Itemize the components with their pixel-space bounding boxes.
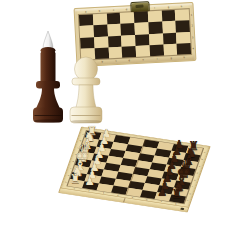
file-label: c — [76, 146, 79, 149]
box-square — [121, 23, 135, 35]
file-label: f — [191, 185, 194, 188]
box-square — [175, 9, 189, 21]
box-square — [149, 44, 163, 56]
folded-box-grid — [79, 9, 191, 60]
file-label: d — [74, 153, 77, 156]
box-square — [94, 36, 108, 48]
box-square — [161, 10, 175, 22]
box-square — [106, 13, 120, 25]
file-label: d — [124, 8, 130, 11]
box-square — [80, 37, 94, 49]
box-square — [93, 25, 107, 37]
box-square — [108, 35, 122, 47]
white-finial-icon — [43, 31, 53, 49]
file-label: f — [154, 58, 160, 61]
box-square — [93, 13, 107, 25]
file-label: h — [64, 181, 67, 184]
box-square — [108, 46, 122, 58]
file-label: d — [196, 171, 199, 174]
file-label: g — [165, 6, 171, 9]
rank-label: 3 — [191, 35, 193, 40]
file-label: a — [203, 151, 206, 154]
box-square — [135, 34, 149, 46]
box-lid-face — [79, 9, 191, 60]
file-label: d — [127, 59, 133, 62]
rank-label: 1 — [190, 12, 192, 17]
box-square — [148, 11, 162, 23]
hinge-clasp-icon — [180, 207, 184, 210]
box-square — [79, 25, 93, 37]
file-label: b — [97, 9, 103, 12]
box-square — [162, 32, 176, 44]
file-label: a — [83, 10, 89, 13]
rank-label: 4 — [192, 46, 194, 51]
box-square — [176, 32, 190, 44]
file-label: e — [193, 178, 196, 181]
file-label: b — [200, 158, 203, 161]
file-label: c — [198, 164, 201, 167]
box-square — [136, 45, 150, 57]
file-label: f — [151, 7, 157, 10]
black-king-display-piece — [26, 30, 70, 125]
file-label: g — [168, 57, 174, 60]
box-square — [148, 22, 162, 34]
file-label: f — [69, 167, 72, 170]
file-label: g — [67, 174, 70, 177]
file-label: b — [79, 139, 82, 142]
file-label: g — [188, 192, 191, 195]
box-square — [134, 23, 148, 35]
box-square — [79, 14, 93, 26]
file-label: e — [138, 7, 144, 10]
box-square — [120, 12, 134, 24]
file-label: h — [179, 5, 185, 8]
file-label: h — [182, 56, 188, 59]
file-label: h — [186, 199, 189, 202]
file-label: c — [110, 9, 116, 12]
rank-label: 2 — [191, 24, 193, 29]
box-square — [122, 46, 136, 58]
file-label: e — [72, 160, 75, 163]
box-square — [149, 33, 163, 45]
box-square — [121, 35, 135, 47]
file-label: c — [113, 60, 119, 63]
box-square — [177, 43, 191, 55]
box-square — [176, 20, 190, 32]
box-square — [163, 44, 177, 56]
front-edge-seam — [123, 198, 125, 202]
white-pawn-display-piece — [66, 56, 106, 126]
open-chess-board: 12345678 abcdefgh abcdefgh — [58, 127, 210, 213]
box-rank-labels: 1234 — [188, 9, 195, 54]
box-square — [107, 24, 121, 36]
box-square — [162, 21, 176, 33]
box-square — [134, 11, 148, 23]
file-label: a — [81, 132, 84, 135]
file-label: e — [140, 58, 146, 61]
